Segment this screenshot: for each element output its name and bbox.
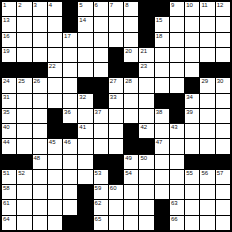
white-cell[interactable]: 57 (216, 170, 230, 184)
white-cell[interactable] (216, 33, 230, 47)
white-cell[interactable]: 35 (2, 109, 16, 123)
clue-number: 66 (171, 216, 178, 223)
clue-number: 34 (186, 94, 193, 101)
white-cell[interactable]: 58 (2, 185, 16, 199)
black-cell (200, 155, 214, 169)
clue-number: 12 (217, 2, 224, 9)
white-cell[interactable] (155, 155, 169, 169)
clue-number: 23 (140, 63, 147, 70)
white-cell[interactable]: 43 (170, 124, 184, 138)
clue-number: 9 (171, 2, 174, 9)
white-cell[interactable] (33, 216, 47, 230)
white-cell[interactable] (48, 48, 62, 62)
black-cell (63, 17, 77, 31)
white-cell[interactable] (63, 170, 77, 184)
clue-number: 65 (95, 216, 102, 223)
white-cell[interactable] (216, 139, 230, 153)
white-cell[interactable] (185, 200, 199, 214)
clue-number: 58 (3, 185, 10, 192)
white-cell[interactable] (200, 33, 214, 47)
white-cell[interactable]: 59 (94, 185, 108, 199)
white-cell[interactable]: 17 (63, 33, 77, 47)
white-cell[interactable]: 50 (139, 155, 153, 169)
black-cell (48, 109, 62, 123)
black-cell (94, 94, 108, 108)
white-cell[interactable]: 7 (109, 2, 123, 16)
white-cell[interactable] (33, 170, 47, 184)
white-cell[interactable] (63, 78, 77, 92)
clue-number: 41 (79, 124, 86, 131)
white-cell[interactable] (109, 139, 123, 153)
white-cell[interactable] (48, 78, 62, 92)
white-cell[interactable]: 64 (2, 216, 16, 230)
white-cell[interactable]: 56 (200, 170, 214, 184)
white-cell[interactable]: 5 (78, 2, 92, 16)
black-cell (17, 155, 31, 169)
white-cell[interactable] (63, 155, 77, 169)
black-cell (155, 2, 169, 16)
clue-number: 60 (110, 185, 117, 192)
white-cell[interactable] (48, 94, 62, 108)
white-cell[interactable] (170, 17, 184, 31)
black-cell (17, 63, 31, 77)
black-cell (63, 2, 77, 16)
white-cell[interactable] (170, 170, 184, 184)
black-cell (139, 139, 153, 153)
white-cell[interactable]: 21 (139, 48, 153, 62)
white-cell[interactable] (139, 78, 153, 92)
white-cell[interactable] (170, 78, 184, 92)
black-cell (2, 63, 16, 77)
clue-number: 47 (156, 139, 163, 146)
white-cell[interactable] (185, 48, 199, 62)
clue-number: 28 (125, 78, 132, 85)
white-cell[interactable] (155, 48, 169, 62)
white-cell[interactable] (48, 33, 62, 47)
clue-number: 5 (79, 2, 82, 9)
white-cell[interactable]: 23 (139, 63, 153, 77)
white-cell[interactable]: 38 (155, 109, 169, 123)
white-cell[interactable]: 25 (17, 78, 31, 92)
white-cell[interactable] (170, 155, 184, 169)
white-cell[interactable]: 51 (2, 170, 16, 184)
clue-number: 30 (217, 78, 224, 85)
white-cell[interactable]: 47 (155, 139, 169, 153)
clue-number: 27 (110, 78, 117, 85)
clue-number: 6 (95, 2, 98, 9)
white-cell[interactable]: 36 (63, 109, 77, 123)
black-cell (216, 63, 230, 77)
clue-number: 16 (3, 33, 10, 40)
white-cell[interactable] (78, 139, 92, 153)
clue-number: 1 (3, 2, 6, 9)
white-cell[interactable] (48, 170, 62, 184)
white-cell[interactable]: 66 (170, 216, 184, 230)
white-cell[interactable] (63, 94, 77, 108)
white-cell[interactable]: 8 (124, 2, 138, 16)
white-cell[interactable] (33, 185, 47, 199)
clue-number: 13 (3, 17, 10, 24)
black-cell (170, 109, 184, 123)
clue-number: 64 (3, 216, 10, 223)
clue-number: 14 (79, 17, 86, 24)
black-cell (63, 124, 77, 138)
white-cell[interactable] (33, 33, 47, 47)
white-cell[interactable] (48, 200, 62, 214)
white-cell[interactable]: 49 (124, 155, 138, 169)
white-cell[interactable] (33, 48, 47, 62)
black-cell (124, 139, 138, 153)
clue-number: 19 (3, 48, 10, 55)
white-cell[interactable] (185, 124, 199, 138)
clue-number: 35 (3, 109, 10, 116)
white-cell[interactable] (109, 17, 123, 31)
white-cell[interactable] (109, 216, 123, 230)
white-cell[interactable]: 32 (78, 94, 92, 108)
clue-number: 29 (201, 78, 208, 85)
white-cell[interactable] (33, 139, 47, 153)
clue-number: 43 (171, 124, 178, 131)
white-cell[interactable] (200, 139, 214, 153)
white-cell[interactable] (48, 185, 62, 199)
black-cell (200, 63, 214, 77)
white-cell[interactable] (124, 94, 138, 108)
white-cell[interactable] (170, 33, 184, 47)
white-cell[interactable] (17, 216, 31, 230)
white-cell[interactable] (63, 200, 77, 214)
clue-number: 24 (3, 78, 10, 85)
clue-number: 25 (18, 78, 25, 85)
clue-number: 54 (125, 170, 132, 177)
clue-number: 32 (79, 94, 86, 101)
clue-number: 37 (95, 109, 102, 116)
black-cell (139, 2, 153, 16)
white-cell[interactable] (94, 33, 108, 47)
clue-number: 56 (201, 170, 208, 177)
white-cell[interactable] (170, 48, 184, 62)
white-cell[interactable] (139, 216, 153, 230)
black-cell (216, 155, 230, 169)
white-cell[interactable]: 40 (2, 124, 16, 138)
white-cell[interactable] (109, 109, 123, 123)
white-cell[interactable] (155, 185, 169, 199)
white-cell[interactable]: 34 (185, 94, 199, 108)
white-cell[interactable]: 28 (124, 78, 138, 92)
white-cell[interactable] (200, 94, 214, 108)
white-cell[interactable] (94, 63, 108, 77)
white-cell[interactable]: 44 (2, 139, 16, 153)
black-cell (109, 155, 123, 169)
white-cell[interactable]: 4 (48, 2, 62, 16)
white-cell[interactable]: 24 (2, 78, 16, 92)
white-cell[interactable]: 1 (2, 2, 16, 16)
white-cell[interactable] (200, 185, 214, 199)
white-cell[interactable]: 46 (63, 139, 77, 153)
white-cell[interactable] (109, 124, 123, 138)
white-cell[interactable]: 19 (2, 48, 16, 62)
black-cell (78, 78, 92, 92)
clue-number: 57 (217, 170, 224, 177)
white-cell[interactable] (155, 78, 169, 92)
white-cell[interactable]: 41 (78, 124, 92, 138)
black-cell (155, 216, 169, 230)
white-cell[interactable] (94, 139, 108, 153)
white-cell[interactable]: 60 (109, 185, 123, 199)
white-cell[interactable] (63, 63, 77, 77)
clue-number: 33 (110, 94, 117, 101)
white-cell[interactable]: 45 (48, 139, 62, 153)
white-cell[interactable] (109, 200, 123, 214)
white-cell[interactable]: 20 (124, 48, 138, 62)
white-cell[interactable] (139, 200, 153, 214)
white-cell[interactable] (200, 200, 214, 214)
black-cell (139, 17, 153, 31)
white-cell[interactable] (139, 94, 153, 108)
white-cell[interactable] (155, 63, 169, 77)
clue-number: 49 (125, 155, 132, 162)
white-cell[interactable] (185, 33, 199, 47)
white-cell[interactable]: 37 (94, 109, 108, 123)
clue-number: 22 (49, 63, 56, 70)
white-cell[interactable] (200, 124, 214, 138)
white-cell[interactable] (78, 48, 92, 62)
white-cell[interactable] (124, 200, 138, 214)
clue-number: 59 (95, 185, 102, 192)
white-cell[interactable] (17, 48, 31, 62)
white-cell[interactable]: 33 (109, 94, 123, 108)
white-cell[interactable] (124, 33, 138, 47)
black-cell (109, 48, 123, 62)
clue-number: 55 (186, 170, 193, 177)
white-cell[interactable] (185, 139, 199, 153)
white-cell[interactable] (109, 33, 123, 47)
white-cell[interactable] (17, 200, 31, 214)
clue-number: 18 (156, 33, 163, 40)
clue-number: 15 (156, 17, 163, 24)
white-cell[interactable]: 30 (216, 78, 230, 92)
black-cell (33, 63, 47, 77)
black-cell (155, 200, 169, 214)
black-cell (94, 78, 108, 92)
white-cell[interactable]: 6 (94, 2, 108, 16)
clue-number: 31 (3, 94, 10, 101)
white-cell[interactable] (200, 17, 214, 31)
white-cell[interactable] (33, 124, 47, 138)
white-cell[interactable] (17, 185, 31, 199)
white-cell[interactable]: 62 (94, 200, 108, 214)
white-cell[interactable] (17, 17, 31, 31)
clue-number: 7 (110, 2, 113, 9)
white-cell[interactable] (170, 185, 184, 199)
white-cell[interactable] (185, 63, 199, 77)
white-cell[interactable] (170, 139, 184, 153)
white-cell[interactable] (200, 216, 214, 230)
white-cell[interactable]: 16 (2, 33, 16, 47)
clue-number: 53 (95, 170, 102, 177)
black-cell (78, 200, 92, 214)
white-cell[interactable] (124, 185, 138, 199)
black-cell (78, 185, 92, 199)
white-cell[interactable] (200, 109, 214, 123)
black-cell (94, 155, 108, 169)
clue-number: 52 (18, 170, 25, 177)
clue-number: 10 (186, 2, 193, 9)
white-cell[interactable] (124, 109, 138, 123)
black-cell (2, 155, 16, 169)
clue-number: 17 (64, 33, 71, 40)
white-cell[interactable]: 52 (17, 170, 31, 184)
clue-number: 39 (186, 109, 193, 116)
clue-number: 40 (3, 124, 10, 131)
white-cell[interactable] (78, 155, 92, 169)
clue-number: 3 (34, 2, 37, 9)
white-cell[interactable]: 11 (200, 2, 214, 16)
white-cell[interactable] (170, 63, 184, 77)
white-cell[interactable]: 2 (17, 2, 31, 16)
crossword-board: 1234567891011121314151617181920212223242… (0, 0, 232, 232)
white-cell[interactable] (48, 216, 62, 230)
clue-number: 8 (125, 2, 128, 9)
white-cell[interactable] (17, 124, 31, 138)
black-cell (48, 124, 62, 138)
clue-number: 45 (49, 139, 56, 146)
white-cell[interactable] (48, 17, 62, 31)
black-cell (185, 78, 199, 92)
white-cell[interactable]: 22 (48, 63, 62, 77)
white-cell[interactable] (216, 94, 230, 108)
clue-number: 62 (95, 200, 102, 207)
clue-number: 11 (201, 2, 207, 9)
clue-number: 42 (140, 124, 147, 131)
white-cell[interactable] (48, 155, 62, 169)
clue-number: 4 (49, 2, 52, 9)
black-cell (170, 94, 184, 108)
white-cell[interactable] (63, 48, 77, 62)
white-cell[interactable] (216, 109, 230, 123)
white-cell[interactable] (216, 200, 230, 214)
white-cell[interactable]: 65 (94, 216, 108, 230)
white-cell[interactable] (94, 124, 108, 138)
clue-number: 48 (34, 155, 41, 162)
black-cell (124, 124, 138, 138)
white-cell[interactable]: 61 (2, 200, 16, 214)
white-cell[interactable]: 13 (2, 17, 16, 31)
clue-number: 44 (3, 139, 10, 146)
white-cell[interactable] (124, 216, 138, 230)
white-cell[interactable] (17, 94, 31, 108)
white-cell[interactable] (200, 48, 214, 62)
white-cell[interactable]: 63 (170, 200, 184, 214)
white-cell[interactable] (216, 124, 230, 138)
white-cell[interactable] (216, 48, 230, 62)
white-cell[interactable] (78, 63, 92, 77)
white-cell[interactable] (33, 94, 47, 108)
white-cell[interactable]: 9 (170, 2, 184, 16)
white-cell[interactable] (33, 200, 47, 214)
white-cell[interactable]: 53 (94, 170, 108, 184)
black-cell (185, 155, 199, 169)
white-cell[interactable] (216, 216, 230, 230)
white-cell[interactable] (78, 33, 92, 47)
white-cell[interactable] (185, 17, 199, 31)
white-cell[interactable]: 31 (2, 94, 16, 108)
white-cell[interactable]: 39 (185, 109, 199, 123)
white-cell[interactable] (216, 185, 230, 199)
white-cell[interactable] (33, 17, 47, 31)
white-cell[interactable] (94, 17, 108, 31)
white-cell[interactable]: 10 (185, 2, 199, 16)
white-cell[interactable] (17, 139, 31, 153)
white-cell[interactable]: 3 (33, 2, 47, 16)
clue-number: 61 (3, 200, 10, 207)
white-cell[interactable] (185, 216, 199, 230)
clue-number: 21 (140, 48, 147, 55)
white-cell[interactable] (155, 170, 169, 184)
black-cell (155, 94, 169, 108)
white-cell[interactable]: 15 (155, 17, 169, 31)
white-cell[interactable]: 48 (33, 155, 47, 169)
white-cell[interactable] (155, 124, 169, 138)
white-cell[interactable]: 27 (109, 78, 123, 92)
black-cell (109, 170, 123, 184)
black-cell (63, 216, 77, 230)
white-cell[interactable] (139, 185, 153, 199)
white-cell[interactable]: 12 (216, 2, 230, 16)
clue-number: 63 (171, 200, 178, 207)
clue-number: 51 (3, 170, 10, 177)
white-cell[interactable] (139, 170, 153, 184)
white-cell[interactable] (78, 109, 92, 123)
white-cell[interactable] (17, 33, 31, 47)
white-cell[interactable]: 42 (139, 124, 153, 138)
white-cell[interactable]: 55 (185, 170, 199, 184)
clue-number: 2 (18, 2, 21, 9)
white-cell[interactable]: 14 (78, 17, 92, 31)
white-cell[interactable] (94, 48, 108, 62)
white-cell[interactable] (185, 185, 199, 199)
black-cell (139, 33, 153, 47)
clue-number: 38 (156, 109, 163, 116)
white-cell[interactable] (139, 109, 153, 123)
black-cell (124, 63, 138, 77)
white-cell[interactable]: 18 (155, 33, 169, 47)
black-cell (109, 63, 123, 77)
white-cell[interactable] (33, 109, 47, 123)
clue-number: 36 (64, 109, 71, 116)
white-cell[interactable] (17, 109, 31, 123)
clue-number: 26 (34, 78, 41, 85)
clue-number: 46 (64, 139, 71, 146)
white-cell[interactable]: 29 (200, 78, 214, 92)
white-cell[interactable] (124, 17, 138, 31)
white-cell[interactable]: 54 (124, 170, 138, 184)
white-cell[interactable] (78, 170, 92, 184)
clue-number: 20 (125, 48, 132, 55)
white-cell[interactable] (216, 17, 230, 31)
white-cell[interactable]: 26 (33, 78, 47, 92)
clue-number: 50 (140, 155, 147, 162)
black-cell (78, 216, 92, 230)
white-cell[interactable] (63, 185, 77, 199)
